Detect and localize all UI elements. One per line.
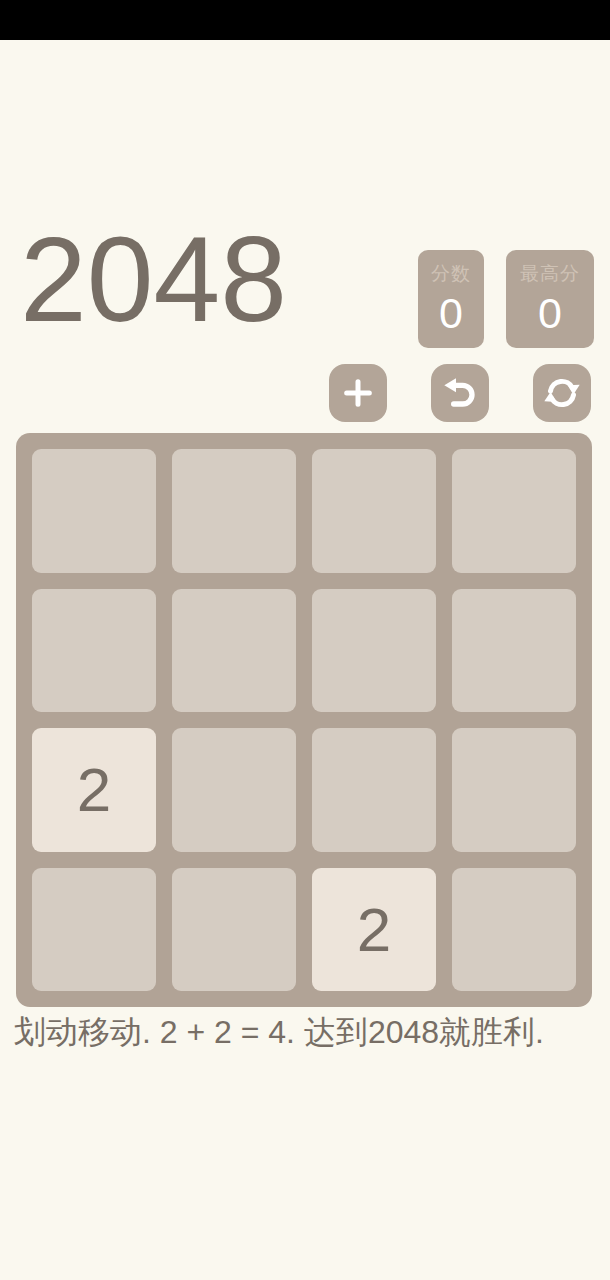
- empty-cell: [312, 589, 436, 713]
- game-title: 2048: [20, 219, 287, 339]
- score-box: 分数 0: [418, 250, 484, 348]
- empty-cell: [32, 868, 156, 992]
- instructions-text: 划动移动. 2 + 2 = 4. 达到2048就胜利.: [14, 1010, 604, 1054]
- empty-cell: [172, 449, 296, 573]
- plus-button[interactable]: [329, 364, 387, 422]
- empty-cell: [452, 728, 576, 852]
- best-score-box: 最高分 0: [506, 250, 594, 348]
- undo-button[interactable]: [431, 364, 489, 422]
- empty-cell: [312, 449, 436, 573]
- refresh-icon: [542, 373, 582, 413]
- app-screen: 2048 分数 0 最高分 0: [0, 0, 610, 1280]
- tile-2: 2: [312, 868, 436, 992]
- game-board[interactable]: 22: [16, 433, 592, 1007]
- best-score-value: 0: [538, 287, 562, 339]
- score-label: 分数: [431, 261, 471, 287]
- empty-cell: [172, 589, 296, 713]
- toolbar: [329, 364, 591, 422]
- empty-cell: [172, 868, 296, 992]
- empty-cell: [172, 728, 296, 852]
- score-value: 0: [439, 287, 463, 339]
- scoreboard: 分数 0 最高分 0: [418, 250, 594, 348]
- restart-button[interactable]: [533, 364, 591, 422]
- plus-icon: [338, 373, 378, 413]
- empty-cell: [452, 449, 576, 573]
- empty-cell: [32, 589, 156, 713]
- best-score-label: 最高分: [520, 261, 580, 287]
- status-bar: [0, 0, 610, 40]
- tile-2: 2: [32, 728, 156, 852]
- empty-cell: [32, 449, 156, 573]
- empty-cell: [312, 728, 436, 852]
- empty-cell: [452, 589, 576, 713]
- undo-icon: [440, 373, 480, 413]
- empty-cell: [452, 868, 576, 992]
